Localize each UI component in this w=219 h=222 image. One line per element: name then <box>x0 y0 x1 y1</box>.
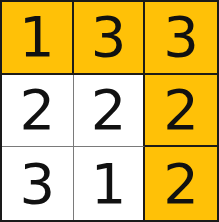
grid-cell-r3c3[interactable]: 2 <box>145 147 217 220</box>
grid-cell-r2c1[interactable]: 2 <box>2 75 74 148</box>
cell-value: 1 <box>91 156 127 212</box>
cell-value: 3 <box>20 156 56 212</box>
grid-cell-r1c2[interactable]: 3 <box>74 2 146 75</box>
cell-value: 1 <box>19 9 55 65</box>
puzzle-grid: 1 3 3 2 2 2 3 1 2 <box>0 0 219 222</box>
cell-value: 3 <box>163 9 199 65</box>
grid-cell-r3c1[interactable]: 3 <box>2 147 74 220</box>
cell-value: 2 <box>163 82 199 138</box>
grid-cell-r1c1[interactable]: 1 <box>2 2 74 75</box>
grid-cell-r2c3[interactable]: 2 <box>145 75 217 148</box>
cell-value: 2 <box>20 82 56 138</box>
grid-cell-r1c3[interactable]: 3 <box>145 2 217 75</box>
cell-value: 3 <box>91 9 127 65</box>
cell-value: 2 <box>91 82 127 138</box>
grid-cell-r2c2[interactable]: 2 <box>74 75 146 148</box>
cell-value: 2 <box>163 156 199 212</box>
grid-cell-r3c2[interactable]: 1 <box>74 147 146 220</box>
